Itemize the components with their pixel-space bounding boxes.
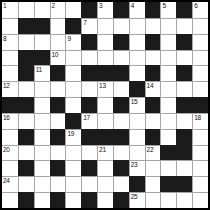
- cell-r12c13-white[interactable]: [192, 176, 208, 192]
- cell-r13c4-black: [50, 192, 66, 208]
- cell-r7c2-black: [18, 97, 34, 113]
- cell-r8c7-white[interactable]: [97, 113, 113, 129]
- cell-r9c11-white[interactable]: [160, 129, 176, 145]
- cell-r10c7-white[interactable]: 21: [97, 145, 113, 161]
- cell-r2c12-white[interactable]: [176, 18, 192, 34]
- cell-r10c8-white[interactable]: [113, 145, 129, 161]
- cell-r1c10-black: [145, 2, 161, 18]
- cell-r6c7-white[interactable]: 13: [97, 81, 113, 97]
- cell-r4c13-white[interactable]: [192, 50, 208, 66]
- cell-r10c9-white[interactable]: [129, 145, 145, 161]
- cell-r3c10-black: [145, 34, 161, 50]
- clue-number-18: 18: [194, 114, 201, 122]
- cell-r11c9-white[interactable]: 23: [129, 160, 145, 176]
- cell-r1c4-white[interactable]: 2: [50, 2, 66, 18]
- cell-r2c2-black: [18, 18, 34, 34]
- clue-number-13: 13: [99, 82, 106, 90]
- cell-r3c1-white[interactable]: 8: [2, 34, 18, 50]
- cell-r5c3-white[interactable]: 11: [34, 65, 50, 81]
- cell-r3c3-white[interactable]: [34, 34, 50, 50]
- cell-r8c3-white[interactable]: [34, 113, 50, 129]
- cell-r1c2-white[interactable]: [18, 2, 34, 18]
- cell-r8c2-white[interactable]: [18, 113, 34, 129]
- cell-r10c13-white[interactable]: [192, 145, 208, 161]
- cell-r1c8-black: [113, 2, 129, 18]
- cell-r10c6-white[interactable]: [81, 145, 97, 161]
- cell-r6c1-white[interactable]: 12: [2, 81, 18, 97]
- cell-r6c3-white[interactable]: [34, 81, 50, 97]
- cell-r13c6-black: [81, 192, 97, 208]
- cell-r11c4-black: [50, 160, 66, 176]
- cell-r8c8-white[interactable]: [113, 113, 129, 129]
- cell-r12c9-black: [129, 176, 145, 192]
- cell-r1c9-white[interactable]: 4: [129, 2, 145, 18]
- cell-r7c1-black: [2, 97, 18, 113]
- cell-r4c11-white[interactable]: [160, 50, 176, 66]
- cell-r7c7-white[interactable]: [97, 97, 113, 113]
- cell-r7c10-black: [145, 97, 161, 113]
- cell-r6c13-white[interactable]: [192, 81, 208, 97]
- cell-r7c12-black: [176, 97, 192, 113]
- cell-r9c5-white[interactable]: 19: [65, 129, 81, 145]
- cell-r12c10-white[interactable]: [145, 176, 161, 192]
- cell-r3c12-black: [176, 34, 192, 50]
- cell-r13c7-white[interactable]: [97, 192, 113, 208]
- cell-r12c3-white[interactable]: [34, 176, 50, 192]
- cell-r11c1-white[interactable]: [2, 160, 18, 176]
- cell-r9c8-black: [113, 129, 129, 145]
- cell-r4c6-white[interactable]: [81, 50, 97, 66]
- cell-r12c8-white[interactable]: [113, 176, 129, 192]
- cell-r5c8-black: [113, 65, 129, 81]
- cell-r12c1-white[interactable]: 24: [2, 176, 18, 192]
- cell-r10c5-white[interactable]: [65, 145, 81, 161]
- cell-r3c11-white[interactable]: [160, 34, 176, 50]
- cell-r2c6-white[interactable]: 7: [81, 18, 97, 34]
- cell-r11c3-white[interactable]: [34, 160, 50, 176]
- cell-r11c13-white[interactable]: [192, 160, 208, 176]
- cell-r4c5-white[interactable]: [65, 50, 81, 66]
- cell-r4c7-white[interactable]: [97, 50, 113, 66]
- cell-r6c4-white[interactable]: [50, 81, 66, 97]
- cell-r1c1-white[interactable]: 1: [2, 2, 18, 18]
- cell-r3c9-white[interactable]: [129, 34, 145, 50]
- clue-number-5: 5: [162, 2, 165, 10]
- cell-r6c9-black: [129, 81, 145, 97]
- clue-number-14: 14: [147, 82, 154, 90]
- cell-r1c13-white[interactable]: 6: [192, 2, 208, 18]
- cell-r8c12-white[interactable]: [176, 113, 192, 129]
- cell-r5c2-black: [18, 65, 34, 81]
- cell-r8c6-white[interactable]: 17: [81, 113, 97, 129]
- cell-r7c8-black: [113, 97, 129, 113]
- clue-number-21: 21: [99, 146, 106, 154]
- cell-r3c6-black: [81, 34, 97, 50]
- cell-r2c10-white[interactable]: [145, 18, 161, 34]
- clue-number-1: 1: [3, 2, 6, 10]
- cell-r13c12-white[interactable]: [176, 192, 192, 208]
- cell-r13c1-white[interactable]: [2, 192, 18, 208]
- cell-r7c9-white[interactable]: 15: [129, 97, 145, 113]
- cell-r5c12-black: [176, 65, 192, 81]
- cell-r8c4-white[interactable]: [50, 113, 66, 129]
- clue-number-24: 24: [3, 177, 10, 185]
- cell-r9c7-black: [97, 129, 113, 145]
- cell-r2c13-white[interactable]: [192, 18, 208, 34]
- cell-r6c8-white[interactable]: [113, 81, 129, 97]
- cell-r10c4-white[interactable]: [50, 145, 66, 161]
- cell-r8c9-white[interactable]: [129, 113, 145, 129]
- cell-r6c10-white[interactable]: 14: [145, 81, 161, 97]
- cell-r12c4-white[interactable]: [50, 176, 66, 192]
- cell-r5c5-white[interactable]: [65, 65, 81, 81]
- cell-r6c5-white[interactable]: [65, 81, 81, 97]
- cell-r1c11-white[interactable]: 5: [160, 2, 176, 18]
- cell-r4c8-white[interactable]: [113, 50, 129, 66]
- cell-r13c2-black: [18, 192, 34, 208]
- clue-number-8: 8: [3, 35, 6, 43]
- cell-r13c11-white[interactable]: [160, 192, 176, 208]
- cell-r2c9-white[interactable]: [129, 18, 145, 34]
- cell-r9c6-black: [81, 129, 97, 145]
- cell-r2c3-black: [34, 18, 50, 34]
- cell-r12c7-white[interactable]: [97, 176, 113, 192]
- clue-number-16: 16: [3, 114, 10, 122]
- cell-r3c8-black: [113, 34, 129, 50]
- cell-r4c4-white[interactable]: 10: [50, 50, 66, 66]
- cell-r4c12-white[interactable]: [176, 50, 192, 66]
- cell-r3c5-white[interactable]: 9: [65, 34, 81, 50]
- cell-r7c6-black: [81, 97, 97, 113]
- cell-r1c5-white[interactable]: [65, 2, 81, 18]
- clue-number-4: 4: [131, 2, 134, 10]
- cell-r3c13-white[interactable]: [192, 34, 208, 50]
- cell-r5c6-black: [81, 65, 97, 81]
- cell-r5c1-white[interactable]: [2, 65, 18, 81]
- cell-r13c9-white[interactable]: 25: [129, 192, 145, 208]
- cell-r8c11-white[interactable]: [160, 113, 176, 129]
- cell-r9c10-black: [145, 129, 161, 145]
- cell-r1c3-white[interactable]: [34, 2, 50, 18]
- cell-r13c10-white[interactable]: [145, 192, 161, 208]
- cell-r9c12-black: [176, 129, 192, 145]
- cell-r13c13-white[interactable]: [192, 192, 208, 208]
- cell-r2c8-white[interactable]: [113, 18, 129, 34]
- clue-number-12: 12: [3, 82, 10, 90]
- cell-r9c9-white[interactable]: [129, 129, 145, 145]
- cell-r12c12-black: [176, 176, 192, 192]
- cell-r10c12-black: [176, 145, 192, 161]
- cell-r2c1-white[interactable]: [2, 18, 18, 34]
- cell-r7c13-black: [192, 97, 208, 113]
- cell-r9c1-white[interactable]: [2, 129, 18, 145]
- cell-r8c13-white[interactable]: 18: [192, 113, 208, 129]
- cell-r7c11-white[interactable]: [160, 97, 176, 113]
- cell-r9c4-black: [50, 129, 66, 145]
- cell-r5c11-white[interactable]: [160, 65, 176, 81]
- cell-r10c11-black: [160, 145, 176, 161]
- cell-r11c6-black: [81, 160, 97, 176]
- cell-r9c2-black: [18, 129, 34, 145]
- cell-r4c10-white[interactable]: [145, 50, 161, 66]
- cell-r2c7-white[interactable]: [97, 18, 113, 34]
- cell-r11c7-white[interactable]: [97, 160, 113, 176]
- cell-r4c9-white[interactable]: [129, 50, 145, 66]
- crossword-grid: 1234567891011121314151617181920212223242…: [0, 0, 210, 210]
- clue-number-25: 25: [131, 193, 138, 201]
- clue-number-19: 19: [67, 130, 74, 138]
- clue-number-9: 9: [67, 35, 70, 43]
- clue-number-15: 15: [131, 98, 138, 106]
- cell-r5c9-white[interactable]: [129, 65, 145, 81]
- cell-r13c5-white[interactable]: [65, 192, 81, 208]
- cell-r10c1-white[interactable]: 20: [2, 145, 18, 161]
- cell-r2c5-black: [65, 18, 81, 34]
- cell-r1c6-black: [81, 2, 97, 18]
- cell-r10c10-white[interactable]: 22: [145, 145, 161, 161]
- clue-number-17: 17: [83, 114, 90, 122]
- cell-r10c2-white[interactable]: [18, 145, 34, 161]
- cell-r11c11-white[interactable]: [160, 160, 176, 176]
- cell-r12c2-white[interactable]: [18, 176, 34, 192]
- clue-number-23: 23: [131, 161, 138, 169]
- cell-r5c10-black: [145, 65, 161, 81]
- cell-r9c13-white[interactable]: [192, 129, 208, 145]
- cell-r11c2-black: [18, 160, 34, 176]
- cell-r11c8-black: [113, 160, 129, 176]
- cell-r1c12-black: [176, 2, 192, 18]
- cell-r6c6-white[interactable]: [81, 81, 97, 97]
- cell-r7c3-white[interactable]: [34, 97, 50, 113]
- clue-number-3: 3: [99, 2, 102, 10]
- clue-number-10: 10: [52, 51, 59, 59]
- cell-r5c7-black: [97, 65, 113, 81]
- cell-r5c4-black: [50, 65, 66, 81]
- cell-r5c13-white[interactable]: [192, 65, 208, 81]
- cell-r10c3-white[interactable]: [34, 145, 50, 161]
- cell-r12c6-white[interactable]: [81, 176, 97, 192]
- cell-r2c11-white[interactable]: [160, 18, 176, 34]
- cell-r7c4-black: [50, 97, 66, 113]
- clue-number-2: 2: [52, 2, 55, 10]
- cell-r11c12-white[interactable]: [176, 160, 192, 176]
- clue-number-20: 20: [3, 146, 10, 154]
- clue-number-11: 11: [36, 66, 42, 74]
- cell-r6c2-white[interactable]: [18, 81, 34, 97]
- cell-r4c3-black: [34, 50, 50, 66]
- cell-r12c5-white[interactable]: [65, 176, 81, 192]
- cell-r7c5-white[interactable]: [65, 97, 81, 113]
- cell-r4c2-black: [18, 50, 34, 66]
- cell-r13c3-white[interactable]: [34, 192, 50, 208]
- cell-r11c5-white[interactable]: [65, 160, 81, 176]
- cell-r8c10-white[interactable]: [145, 113, 161, 129]
- cell-r3c7-white[interactable]: [97, 34, 113, 50]
- cell-r8c1-white[interactable]: 16: [2, 113, 18, 129]
- cell-r13c8-black: [113, 192, 129, 208]
- cell-r9c3-white[interactable]: [34, 129, 50, 145]
- cell-r12c11-black: [160, 176, 176, 192]
- cell-r3c4-white[interactable]: [50, 34, 66, 50]
- cell-r6c12-white[interactable]: [176, 81, 192, 97]
- cell-r6c11-white[interactable]: [160, 81, 176, 97]
- cell-r1c7-white[interactable]: 3: [97, 2, 113, 18]
- cell-r2c4-white[interactable]: [50, 18, 66, 34]
- cell-r11c10-white[interactable]: [145, 160, 161, 176]
- clue-number-22: 22: [147, 146, 154, 154]
- cell-r8c5-black: [65, 113, 81, 129]
- clue-number-6: 6: [194, 2, 197, 10]
- clue-number-7: 7: [83, 19, 86, 27]
- cell-r3c2-white[interactable]: [18, 34, 34, 50]
- cell-r4c1-white[interactable]: [2, 50, 18, 66]
